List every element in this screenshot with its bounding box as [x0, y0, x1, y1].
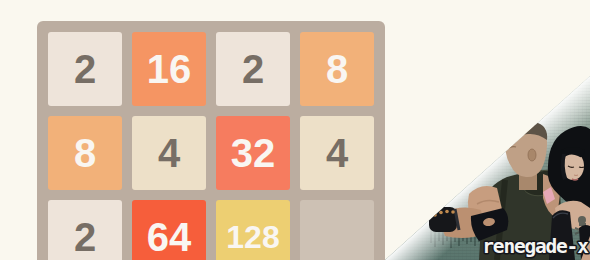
cell-r2c4: 4 [300, 116, 374, 190]
cell-r3c4 [300, 200, 374, 260]
cell-r2c1: 8 [48, 116, 122, 190]
cell-r1c1: 2 [48, 32, 122, 106]
cell-r2c3: 32 [216, 116, 290, 190]
promo-logo-text: renegade-x [482, 235, 589, 258]
cell-r2c2: 4 [132, 116, 206, 190]
cell-r3c2: 64 [132, 200, 206, 260]
2048-board[interactable]: 2 16 2 8 8 4 32 4 2 64 128 [37, 21, 385, 260]
promo-image: renegade-x [385, 76, 590, 260]
cell-r3c3: 128 [216, 200, 290, 260]
game-screen: 2 16 2 8 8 4 32 4 2 64 128 [0, 0, 590, 260]
cell-r3c1: 2 [48, 200, 122, 260]
cell-r1c4: 8 [300, 32, 374, 106]
cell-r1c2: 16 [132, 32, 206, 106]
cell-r1c3: 2 [216, 32, 290, 106]
